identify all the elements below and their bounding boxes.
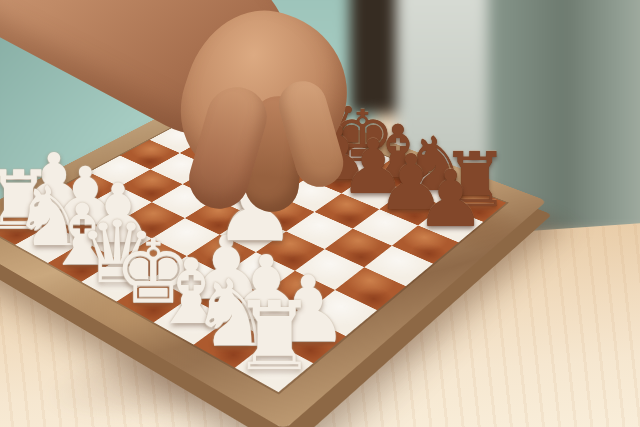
piece-black-pawn-h7[interactable]: ♟ bbox=[416, 160, 486, 238]
chess-photo-scene: ♟ ♜♞♝♛♚♝♞♜♟♟♟♟♟♟♟♟♟♟♟♟♟♟♟♜♞♝♛♚♝♞♜ bbox=[0, 0, 640, 427]
piece-white-rook-h1[interactable]: ♜ bbox=[232, 289, 317, 384]
